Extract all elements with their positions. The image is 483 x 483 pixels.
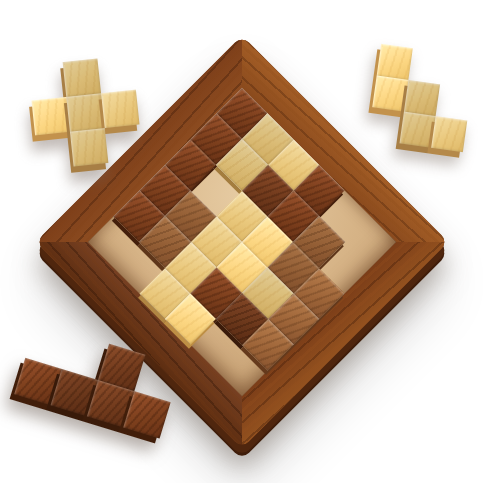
piece-w-gap (440, 53, 476, 89)
piece-cross-block[interactable] (66, 93, 104, 131)
piece-w-block[interactable] (399, 112, 435, 148)
piece-w-block[interactable] (404, 80, 440, 116)
piece-cross[interactable] (28, 55, 143, 170)
piece-w-gap (368, 107, 404, 143)
piece-w-block[interactable] (431, 116, 467, 152)
piece-w-block[interactable] (372, 75, 408, 111)
piece-cross-gap (97, 55, 135, 93)
piece-w[interactable] (368, 44, 476, 152)
piece-cross-block[interactable] (31, 97, 69, 135)
puzzle-scene (0, 0, 483, 483)
piece-cross-block[interactable] (63, 58, 101, 96)
piece-w-gap (408, 48, 444, 84)
piece-cross-gap (105, 124, 143, 162)
piece-cross-gap (35, 132, 73, 170)
piece-w-gap (436, 84, 472, 120)
piece-cross-block[interactable] (101, 90, 139, 128)
piece-cross-gap (28, 62, 66, 100)
piece-w-block[interactable] (377, 44, 413, 80)
piece-cross-block[interactable] (70, 128, 108, 166)
